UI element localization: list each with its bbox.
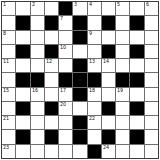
black-cell xyxy=(31,73,44,86)
black-cell xyxy=(102,45,115,58)
white-cell[interactable]: 7 xyxy=(59,16,72,29)
black-cell xyxy=(73,73,86,86)
white-cell[interactable] xyxy=(2,16,15,29)
black-cell xyxy=(16,102,29,115)
white-cell[interactable] xyxy=(130,31,143,44)
white-cell[interactable] xyxy=(145,73,158,86)
white-cell[interactable] xyxy=(16,145,29,158)
clue-number: 17 xyxy=(60,88,66,93)
white-cell[interactable] xyxy=(2,130,15,143)
black-cell xyxy=(45,16,58,29)
clue-number: 10 xyxy=(60,45,66,50)
clue-number: 16 xyxy=(32,88,38,93)
white-cell[interactable] xyxy=(31,130,44,143)
white-cell[interactable] xyxy=(88,16,101,29)
clue-number: 15 xyxy=(3,88,9,93)
black-cell xyxy=(130,73,143,86)
white-cell[interactable] xyxy=(145,88,158,101)
clue-number: 23 xyxy=(3,145,9,150)
white-cell[interactable] xyxy=(102,88,115,101)
white-cell[interactable] xyxy=(88,102,101,115)
white-cell[interactable]: 21 xyxy=(2,116,15,129)
white-cell[interactable] xyxy=(2,45,15,58)
white-cell[interactable] xyxy=(88,130,101,143)
white-cell[interactable]: 18 xyxy=(88,88,101,101)
clue-number: 3 xyxy=(74,2,77,7)
white-cell[interactable] xyxy=(102,116,115,129)
white-cell[interactable] xyxy=(145,31,158,44)
white-cell[interactable] xyxy=(45,73,58,86)
white-cell[interactable] xyxy=(145,45,158,58)
black-cell xyxy=(73,88,86,101)
clue-number: 5 xyxy=(117,2,120,7)
white-cell[interactable] xyxy=(116,59,129,72)
white-cell[interactable] xyxy=(102,73,115,86)
white-cell[interactable] xyxy=(16,88,29,101)
clue-number: 7 xyxy=(60,16,63,21)
white-cell[interactable]: 20 xyxy=(59,102,72,115)
white-cell[interactable] xyxy=(116,16,129,29)
clue-number: 2 xyxy=(32,2,35,7)
white-cell[interactable] xyxy=(59,31,72,44)
white-cell[interactable] xyxy=(31,116,44,129)
white-cell[interactable] xyxy=(45,31,58,44)
white-cell[interactable] xyxy=(130,88,143,101)
black-cell xyxy=(45,45,58,58)
white-cell[interactable] xyxy=(31,59,44,72)
white-cell[interactable] xyxy=(145,116,158,129)
black-cell xyxy=(88,145,101,158)
black-cell xyxy=(73,31,86,44)
white-cell[interactable] xyxy=(116,45,129,58)
black-cell xyxy=(102,16,115,29)
white-cell[interactable]: 16 xyxy=(31,88,44,101)
white-cell[interactable] xyxy=(102,31,115,44)
black-cell xyxy=(102,130,115,143)
white-cell[interactable] xyxy=(45,145,58,158)
white-cell[interactable] xyxy=(45,88,58,101)
white-cell[interactable]: 15 xyxy=(2,88,15,101)
white-cell[interactable] xyxy=(145,130,158,143)
white-cell[interactable] xyxy=(145,102,158,115)
clue-number: 11 xyxy=(3,59,9,64)
white-cell[interactable]: 3 xyxy=(73,2,86,15)
clue-number: 8 xyxy=(3,31,6,36)
white-cell[interactable] xyxy=(130,59,143,72)
clue-number: 22 xyxy=(89,116,95,121)
white-cell[interactable]: 2 xyxy=(31,2,44,15)
white-cell[interactable]: 4 xyxy=(88,2,101,15)
clue-number: 12 xyxy=(46,59,52,64)
black-cell xyxy=(45,102,58,115)
white-cell[interactable] xyxy=(116,130,129,143)
white-cell[interactable] xyxy=(31,31,44,44)
clue-number: 14 xyxy=(103,59,109,64)
white-cell[interactable] xyxy=(116,145,129,158)
black-cell xyxy=(16,73,29,86)
white-cell[interactable] xyxy=(59,59,72,72)
black-cell xyxy=(45,130,58,143)
white-cell[interactable] xyxy=(130,145,143,158)
white-cell[interactable]: 19 xyxy=(116,88,129,101)
clue-number: 6 xyxy=(146,2,149,7)
white-cell[interactable]: 9 xyxy=(88,31,101,44)
white-cell[interactable]: 23 xyxy=(2,145,15,158)
white-cell[interactable] xyxy=(59,145,72,158)
white-cell[interactable]: 13 xyxy=(88,59,101,72)
white-cell[interactable] xyxy=(130,116,143,129)
white-cell[interactable]: 17 xyxy=(59,88,72,101)
white-cell[interactable]: 12 xyxy=(45,59,58,72)
white-cell[interactable] xyxy=(16,59,29,72)
white-cell[interactable] xyxy=(116,31,129,44)
clue-number: 21 xyxy=(3,116,9,121)
black-cell xyxy=(130,130,143,143)
white-cell[interactable] xyxy=(116,116,129,129)
black-cell xyxy=(73,130,86,143)
white-cell[interactable] xyxy=(102,2,115,15)
white-cell[interactable] xyxy=(73,145,86,158)
white-cell[interactable] xyxy=(16,116,29,129)
white-cell[interactable]: 1 xyxy=(2,2,15,15)
black-cell xyxy=(73,16,86,29)
white-cell[interactable] xyxy=(2,102,15,115)
white-cell[interactable] xyxy=(145,16,158,29)
clue-number: 20 xyxy=(60,102,66,107)
white-cell[interactable]: 22 xyxy=(88,116,101,129)
clue-number: 9 xyxy=(89,31,92,36)
white-cell[interactable] xyxy=(45,2,58,15)
white-cell[interactable] xyxy=(88,45,101,58)
white-cell[interactable]: 6 xyxy=(145,2,158,15)
clue-number: 4 xyxy=(89,2,92,7)
crossword-board: 123456789101112131415161718192021222324 xyxy=(0,0,160,160)
black-cell xyxy=(73,116,86,129)
white-cell[interactable] xyxy=(116,102,129,115)
white-cell[interactable] xyxy=(31,45,44,58)
white-cell[interactable] xyxy=(31,16,44,29)
black-cell xyxy=(130,102,143,115)
white-cell[interactable]: 24 xyxy=(102,145,115,158)
white-cell[interactable] xyxy=(145,59,158,72)
black-cell xyxy=(16,16,29,29)
black-cell xyxy=(102,102,115,115)
white-cell[interactable]: 10 xyxy=(59,45,72,58)
black-cell xyxy=(73,59,86,72)
white-cell[interactable]: 14 xyxy=(102,59,115,72)
black-cell xyxy=(59,2,72,15)
white-cell[interactable] xyxy=(45,116,58,129)
white-cell[interactable] xyxy=(145,145,158,158)
black-cell xyxy=(88,73,101,86)
white-cell[interactable] xyxy=(73,102,86,115)
white-cell[interactable]: 5 xyxy=(116,2,129,15)
clue-number: 24 xyxy=(103,145,109,150)
black-cell xyxy=(130,45,143,58)
white-cell[interactable] xyxy=(31,102,44,115)
white-cell[interactable]: 8 xyxy=(2,31,15,44)
white-cell[interactable] xyxy=(16,31,29,44)
black-cell xyxy=(16,45,29,58)
white-cell[interactable] xyxy=(59,130,72,143)
clue-number: 18 xyxy=(89,88,95,93)
white-cell[interactable] xyxy=(59,116,72,129)
white-cell[interactable] xyxy=(130,2,143,15)
black-cell xyxy=(116,73,129,86)
black-cell xyxy=(59,73,72,86)
white-cell[interactable]: 11 xyxy=(2,59,15,72)
white-cell[interactable] xyxy=(73,45,86,58)
clue-number: 19 xyxy=(117,88,123,93)
white-cell[interactable] xyxy=(2,73,15,86)
black-cell xyxy=(130,16,143,29)
clue-number: 13 xyxy=(89,59,95,64)
crossword-grid: 123456789101112131415161718192021222324 xyxy=(1,1,159,159)
clue-number: 1 xyxy=(3,2,6,7)
white-cell[interactable] xyxy=(16,2,29,15)
white-cell[interactable] xyxy=(31,145,44,158)
black-cell xyxy=(16,130,29,143)
